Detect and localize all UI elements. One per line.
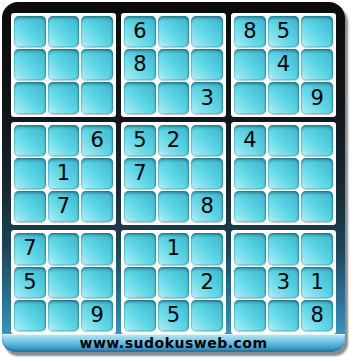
cell-r3c8[interactable] [268, 82, 300, 113]
cell-r6c3[interactable] [81, 191, 113, 222]
cell-r4c7[interactable]: 4 [234, 125, 266, 156]
cell-r6c5[interactable] [158, 191, 190, 222]
cell-r3c9[interactable]: 9 [301, 82, 333, 113]
board-grid: 683854961752784759125318 [11, 13, 336, 334]
cell-r7c7[interactable] [234, 233, 266, 264]
cell-r9c9[interactable]: 8 [301, 300, 333, 331]
cell-r2c4[interactable]: 8 [124, 49, 156, 80]
cell-r2c5[interactable] [158, 49, 190, 80]
box-3-3: 318 [231, 230, 336, 334]
cell-r1c3[interactable] [81, 16, 113, 47]
cell-r8c7[interactable] [234, 267, 266, 298]
box-3-2: 125 [121, 230, 226, 334]
cell-r1c4[interactable]: 6 [124, 16, 156, 47]
cell-r5c6[interactable] [191, 158, 223, 189]
cell-r5c8[interactable] [268, 158, 300, 189]
box-2-2: 5278 [121, 122, 226, 226]
cell-r4c1[interactable] [14, 125, 46, 156]
website-url: www.sudokusweb.com [79, 335, 267, 351]
cell-r1c5[interactable] [158, 16, 190, 47]
cell-r4c8[interactable] [268, 125, 300, 156]
cell-r2c2[interactable] [48, 49, 80, 80]
cell-r7c5[interactable]: 1 [158, 233, 190, 264]
cell-r8c1[interactable]: 5 [14, 267, 46, 298]
cell-r8c3[interactable] [81, 267, 113, 298]
cell-r8c5[interactable] [158, 267, 190, 298]
cell-r2c6[interactable] [191, 49, 223, 80]
cell-r5c2[interactable]: 1 [48, 158, 80, 189]
cell-r2c7[interactable] [234, 49, 266, 80]
cell-r2c8[interactable]: 4 [268, 49, 300, 80]
box-1-2: 683 [121, 13, 226, 117]
cell-r5c9[interactable] [301, 158, 333, 189]
cell-r5c3[interactable] [81, 158, 113, 189]
cell-r7c8[interactable] [268, 233, 300, 264]
cell-r9c3[interactable]: 9 [81, 300, 113, 331]
cell-r4c2[interactable] [48, 125, 80, 156]
footer-bar: www.sudokusweb.com [2, 334, 345, 352]
cell-r3c2[interactable] [48, 82, 80, 113]
cell-r8c6[interactable]: 2 [191, 267, 223, 298]
cell-r3c1[interactable] [14, 82, 46, 113]
cell-r2c1[interactable] [14, 49, 46, 80]
cell-r6c7[interactable] [234, 191, 266, 222]
cell-r9c6[interactable] [191, 300, 223, 331]
cell-r3c7[interactable] [234, 82, 266, 113]
sudoku-board: 683854961752784759125318 www.sudokusweb.… [2, 2, 345, 352]
cell-r7c4[interactable] [124, 233, 156, 264]
cell-r9c8[interactable] [268, 300, 300, 331]
box-2-3: 4 [231, 122, 336, 226]
box-1-1 [11, 13, 116, 117]
cell-r4c4[interactable]: 5 [124, 125, 156, 156]
cell-r4c9[interactable] [301, 125, 333, 156]
cell-r5c5[interactable] [158, 158, 190, 189]
cell-r2c3[interactable] [81, 49, 113, 80]
box-1-3: 8549 [231, 13, 336, 117]
cell-r6c6[interactable]: 8 [191, 191, 223, 222]
box-3-1: 759 [11, 230, 116, 334]
cell-r7c9[interactable] [301, 233, 333, 264]
cell-r8c8[interactable]: 3 [268, 267, 300, 298]
cell-r4c5[interactable]: 2 [158, 125, 190, 156]
cell-r9c5[interactable]: 5 [158, 300, 190, 331]
cell-r4c6[interactable] [191, 125, 223, 156]
cell-r6c2[interactable]: 7 [48, 191, 80, 222]
box-2-1: 617 [11, 122, 116, 226]
cell-r9c1[interactable] [14, 300, 46, 331]
cell-r5c1[interactable] [14, 158, 46, 189]
cell-r1c1[interactable] [14, 16, 46, 47]
cell-r1c2[interactable] [48, 16, 80, 47]
cell-r3c3[interactable] [81, 82, 113, 113]
cell-r8c4[interactable] [124, 267, 156, 298]
cell-r9c2[interactable] [48, 300, 80, 331]
cell-r1c6[interactable] [191, 16, 223, 47]
cell-r6c4[interactable] [124, 191, 156, 222]
cell-r7c2[interactable] [48, 233, 80, 264]
cell-r1c7[interactable]: 8 [234, 16, 266, 47]
cell-r1c9[interactable] [301, 16, 333, 47]
cell-r2c9[interactable] [301, 49, 333, 80]
cell-r5c4[interactable]: 7 [124, 158, 156, 189]
cell-r3c4[interactable] [124, 82, 156, 113]
cell-r4c3[interactable]: 6 [81, 125, 113, 156]
cell-r7c1[interactable]: 7 [14, 233, 46, 264]
cell-r9c7[interactable] [234, 300, 266, 331]
cell-r3c5[interactable] [158, 82, 190, 113]
cell-r6c1[interactable] [14, 191, 46, 222]
cell-r8c9[interactable]: 1 [301, 267, 333, 298]
cell-r6c8[interactable] [268, 191, 300, 222]
cell-r9c4[interactable] [124, 300, 156, 331]
cell-r1c8[interactable]: 5 [268, 16, 300, 47]
cell-r7c3[interactable] [81, 233, 113, 264]
cell-r7c6[interactable] [191, 233, 223, 264]
cell-r6c9[interactable] [301, 191, 333, 222]
cell-r8c2[interactable] [48, 267, 80, 298]
cell-r5c7[interactable] [234, 158, 266, 189]
cell-r3c6[interactable]: 3 [191, 82, 223, 113]
